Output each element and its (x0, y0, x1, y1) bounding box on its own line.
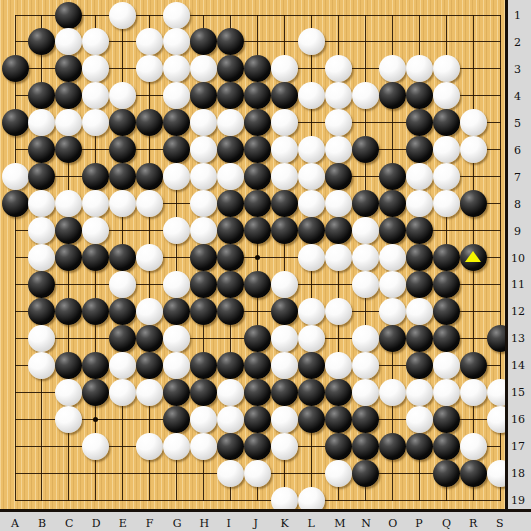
white-stone (136, 433, 163, 460)
white-stone (163, 2, 190, 29)
column-label-L: L (307, 518, 314, 529)
row-label-19: 19 (511, 495, 525, 506)
row-label-17: 17 (511, 441, 525, 452)
black-stone (325, 217, 352, 244)
white-stone (163, 55, 190, 82)
column-label-K: K (280, 518, 288, 529)
white-stone (136, 190, 163, 217)
black-stone (217, 136, 244, 163)
white-stone (82, 433, 109, 460)
column-label-G: G (173, 518, 182, 529)
black-stone (82, 352, 109, 379)
white-stone (352, 217, 379, 244)
white-stone (298, 163, 325, 190)
white-stone (28, 109, 55, 136)
black-stone (190, 352, 217, 379)
black-stone (190, 298, 217, 325)
column-label-I: I (227, 518, 231, 529)
black-stone (379, 325, 406, 352)
black-stone (190, 244, 217, 271)
triangle-marker (465, 251, 481, 262)
black-stone (217, 190, 244, 217)
white-stone (163, 82, 190, 109)
white-stone (28, 244, 55, 271)
row-label-16: 16 (511, 414, 525, 425)
black-stone (190, 379, 217, 406)
black-stone (325, 163, 352, 190)
row-label-2: 2 (514, 37, 521, 48)
column-label-E: E (119, 518, 127, 529)
white-stone (271, 406, 298, 433)
column-labels-gutter (0, 509, 531, 531)
white-stone (460, 109, 487, 136)
white-stone (352, 82, 379, 109)
white-stone (28, 352, 55, 379)
black-stone (244, 379, 271, 406)
white-stone (82, 190, 109, 217)
black-stone (406, 325, 433, 352)
black-stone (28, 163, 55, 190)
white-stone (190, 190, 217, 217)
black-stone (190, 28, 217, 55)
black-stone (136, 109, 163, 136)
white-stone (28, 190, 55, 217)
white-stone (136, 28, 163, 55)
white-stone (163, 325, 190, 352)
white-stone (271, 271, 298, 298)
white-stone (406, 298, 433, 325)
black-stone (352, 136, 379, 163)
black-stone (28, 28, 55, 55)
star-point (255, 255, 260, 260)
black-stone (433, 109, 460, 136)
column-label-P: P (415, 518, 422, 529)
row-label-10: 10 (511, 253, 525, 264)
black-stone (136, 163, 163, 190)
row-label-14: 14 (511, 360, 525, 371)
white-stone (136, 244, 163, 271)
column-label-S: S (496, 518, 504, 529)
black-stone (379, 82, 406, 109)
white-stone (82, 109, 109, 136)
white-stone (325, 55, 352, 82)
black-stone (28, 136, 55, 163)
white-stone (406, 163, 433, 190)
black-stone (217, 82, 244, 109)
column-label-N: N (361, 518, 371, 529)
black-stone (298, 352, 325, 379)
white-stone (163, 433, 190, 460)
column-label-H: H (200, 518, 210, 529)
white-stone (217, 379, 244, 406)
white-stone (217, 460, 244, 487)
black-stone (244, 55, 271, 82)
white-stone (109, 352, 136, 379)
black-stone (217, 433, 244, 460)
row-label-13: 13 (511, 333, 525, 344)
column-label-B: B (38, 518, 46, 529)
white-stone (244, 460, 271, 487)
black-stone (244, 325, 271, 352)
black-stone (244, 136, 271, 163)
white-stone (136, 298, 163, 325)
black-stone (136, 325, 163, 352)
white-stone (28, 325, 55, 352)
white-stone (325, 298, 352, 325)
white-stone (352, 325, 379, 352)
column-label-J: J (254, 518, 258, 529)
white-stone (433, 190, 460, 217)
white-stone (55, 109, 82, 136)
black-stone (433, 433, 460, 460)
black-stone (325, 406, 352, 433)
black-stone (163, 298, 190, 325)
black-stone (55, 352, 82, 379)
black-stone (55, 55, 82, 82)
row-label-1: 1 (514, 10, 521, 21)
black-stone (406, 82, 433, 109)
white-stone (433, 82, 460, 109)
black-stone (406, 433, 433, 460)
black-stone (244, 82, 271, 109)
white-stone (163, 271, 190, 298)
white-stone (433, 379, 460, 406)
black-stone (82, 379, 109, 406)
black-stone (406, 352, 433, 379)
row-label-18: 18 (511, 468, 525, 479)
white-stone (109, 379, 136, 406)
column-label-A: A (11, 518, 19, 529)
white-stone (406, 55, 433, 82)
white-stone (325, 460, 352, 487)
black-stone (28, 82, 55, 109)
white-stone (82, 82, 109, 109)
row-label-9: 9 (514, 226, 521, 237)
black-stone (190, 82, 217, 109)
black-stone (28, 298, 55, 325)
grid-line-horizontal (15, 500, 501, 501)
black-stone (109, 298, 136, 325)
black-stone (352, 433, 379, 460)
white-stone (136, 55, 163, 82)
black-stone (55, 217, 82, 244)
white-stone (163, 28, 190, 55)
white-stone (271, 55, 298, 82)
white-stone (163, 163, 190, 190)
black-stone (190, 271, 217, 298)
row-label-5: 5 (514, 118, 521, 129)
black-stone (244, 406, 271, 433)
white-stone (298, 244, 325, 271)
black-stone (82, 163, 109, 190)
white-stone (55, 28, 82, 55)
row-label-6: 6 (514, 145, 521, 156)
black-stone (2, 109, 29, 136)
column-label-R: R (469, 518, 477, 529)
black-stone (298, 406, 325, 433)
white-stone (325, 109, 352, 136)
black-stone (55, 82, 82, 109)
white-stone (82, 55, 109, 82)
black-stone (379, 190, 406, 217)
white-stone (325, 82, 352, 109)
white-stone (271, 352, 298, 379)
white-stone (325, 352, 352, 379)
white-stone (406, 379, 433, 406)
white-stone (2, 163, 29, 190)
white-stone (298, 136, 325, 163)
black-stone (244, 271, 271, 298)
black-stone (433, 244, 460, 271)
white-stone (460, 136, 487, 163)
black-stone (325, 379, 352, 406)
white-stone (190, 217, 217, 244)
black-stone (217, 352, 244, 379)
black-stone (379, 217, 406, 244)
black-stone (325, 433, 352, 460)
black-stone (55, 244, 82, 271)
white-stone (433, 163, 460, 190)
white-stone (190, 406, 217, 433)
black-stone (271, 298, 298, 325)
white-stone (190, 136, 217, 163)
black-stone (433, 298, 460, 325)
row-label-11: 11 (511, 279, 525, 290)
black-stone (28, 271, 55, 298)
white-stone (217, 406, 244, 433)
black-stone (271, 379, 298, 406)
white-stone (379, 298, 406, 325)
black-stone (109, 136, 136, 163)
white-stone (271, 136, 298, 163)
black-stone (352, 406, 379, 433)
white-stone (379, 244, 406, 271)
black-stone (271, 217, 298, 244)
white-stone (406, 406, 433, 433)
row-label-12: 12 (511, 306, 525, 317)
white-stone (55, 406, 82, 433)
white-stone (325, 190, 352, 217)
white-stone (298, 325, 325, 352)
white-stone (109, 2, 136, 29)
black-stone (109, 325, 136, 352)
white-stone (352, 244, 379, 271)
white-stone (163, 352, 190, 379)
black-stone (460, 460, 487, 487)
white-stone (298, 190, 325, 217)
column-label-Q: Q (442, 518, 451, 529)
row-label-7: 7 (514, 172, 521, 183)
white-stone (352, 352, 379, 379)
white-stone (298, 28, 325, 55)
white-stone (217, 109, 244, 136)
black-stone (271, 190, 298, 217)
black-stone (109, 163, 136, 190)
white-stone (298, 298, 325, 325)
black-stone (406, 271, 433, 298)
white-stone (433, 55, 460, 82)
white-stone (271, 109, 298, 136)
white-stone (352, 271, 379, 298)
white-stone (379, 271, 406, 298)
white-stone (109, 190, 136, 217)
column-label-F: F (146, 518, 154, 529)
white-stone (190, 433, 217, 460)
black-stone (163, 136, 190, 163)
black-stone (82, 298, 109, 325)
black-stone (217, 298, 244, 325)
column-label-O: O (388, 518, 397, 529)
black-stone (244, 433, 271, 460)
black-stone (406, 136, 433, 163)
row-label-3: 3 (514, 64, 521, 75)
white-stone (325, 136, 352, 163)
black-stone (460, 190, 487, 217)
column-label-M: M (334, 518, 345, 529)
white-stone (28, 217, 55, 244)
white-stone (433, 136, 460, 163)
white-stone (271, 325, 298, 352)
black-stone (271, 82, 298, 109)
white-stone (217, 163, 244, 190)
black-stone (82, 244, 109, 271)
white-stone (352, 379, 379, 406)
white-stone (325, 244, 352, 271)
white-stone (298, 82, 325, 109)
white-stone (82, 28, 109, 55)
white-stone (109, 82, 136, 109)
black-stone (352, 460, 379, 487)
black-stone (352, 190, 379, 217)
row-label-15: 15 (511, 387, 525, 398)
black-stone (244, 163, 271, 190)
black-stone (406, 244, 433, 271)
black-stone (163, 406, 190, 433)
black-stone (55, 298, 82, 325)
white-stone (55, 379, 82, 406)
black-stone (163, 379, 190, 406)
black-stone (217, 271, 244, 298)
white-stone (379, 379, 406, 406)
black-stone (55, 136, 82, 163)
black-stone (433, 271, 460, 298)
black-stone (433, 325, 460, 352)
column-label-D: D (92, 518, 101, 529)
black-stone (244, 217, 271, 244)
white-stone (271, 163, 298, 190)
black-stone (298, 379, 325, 406)
black-stone (244, 352, 271, 379)
white-stone (55, 190, 82, 217)
black-stone (2, 190, 29, 217)
go-board-app: ABCDEFGHIJKLMNOPQRS123456789101112131415… (0, 0, 531, 531)
black-stone (406, 109, 433, 136)
column-label-C: C (65, 518, 73, 529)
white-stone (460, 379, 487, 406)
black-stone (244, 190, 271, 217)
black-stone (217, 28, 244, 55)
white-stone (190, 163, 217, 190)
black-stone (217, 244, 244, 271)
white-stone (190, 109, 217, 136)
black-stone (433, 406, 460, 433)
white-stone (433, 352, 460, 379)
black-stone (406, 217, 433, 244)
white-stone (163, 217, 190, 244)
white-stone (82, 217, 109, 244)
star-point (93, 417, 98, 422)
black-stone (55, 2, 82, 29)
black-stone (109, 244, 136, 271)
white-stone (406, 190, 433, 217)
black-stone (460, 352, 487, 379)
black-stone (244, 109, 271, 136)
white-stone (271, 433, 298, 460)
row-label-4: 4 (514, 91, 521, 102)
black-stone (433, 460, 460, 487)
black-stone (217, 55, 244, 82)
black-stone (163, 109, 190, 136)
black-stone (379, 163, 406, 190)
white-stone (379, 55, 406, 82)
black-stone (2, 55, 29, 82)
white-stone (109, 271, 136, 298)
row-label-8: 8 (514, 199, 521, 210)
white-stone (190, 55, 217, 82)
white-stone (136, 379, 163, 406)
black-stone (109, 109, 136, 136)
black-stone (298, 217, 325, 244)
black-stone (217, 217, 244, 244)
white-stone (460, 433, 487, 460)
black-stone (379, 433, 406, 460)
black-stone (136, 352, 163, 379)
